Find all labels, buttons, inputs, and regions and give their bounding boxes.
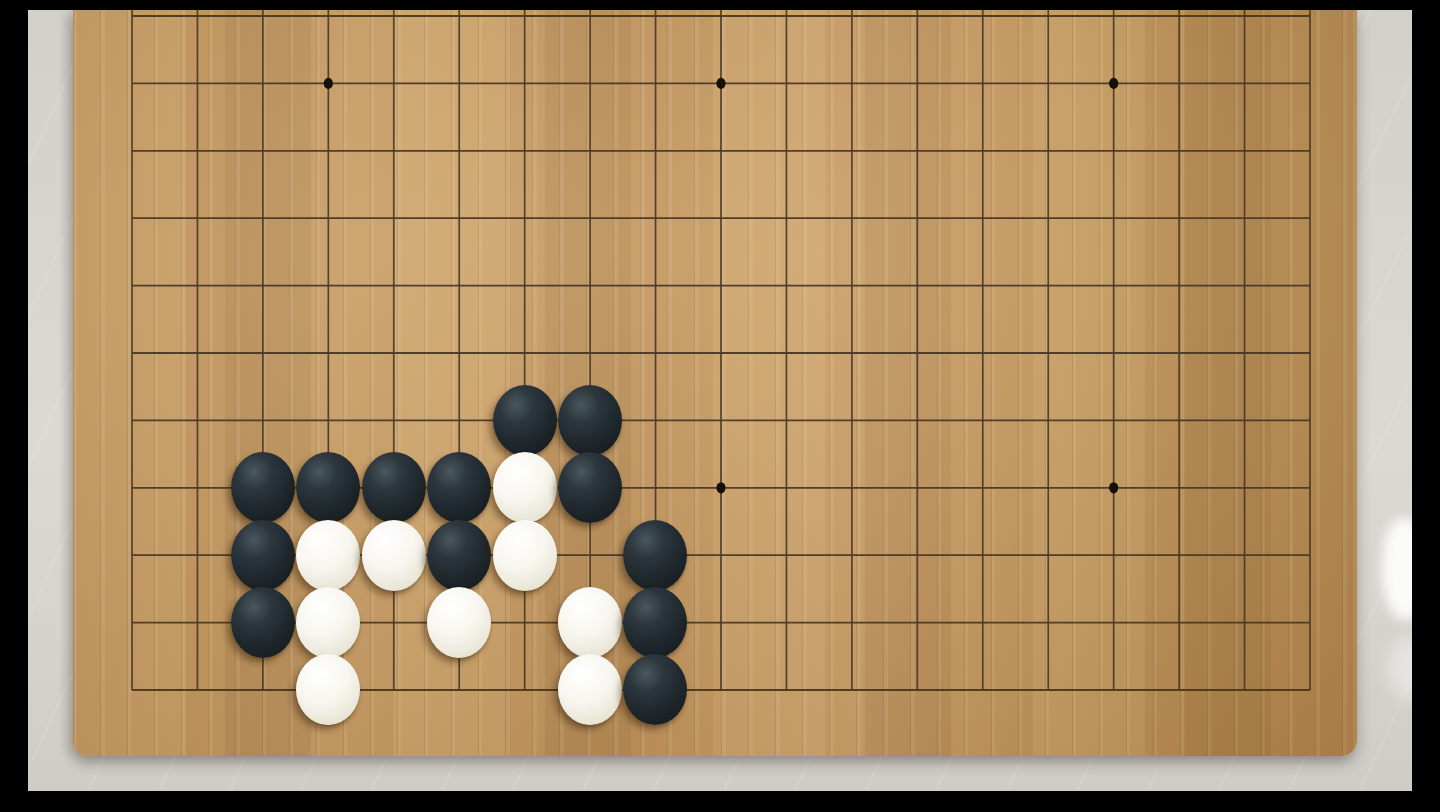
stone-white-H1 <box>558 654 622 725</box>
stone-black-J2 <box>623 587 687 658</box>
letterbox-bottom <box>0 792 1440 812</box>
stone-white-H2 <box>558 587 622 658</box>
stone-white-F2 <box>427 587 491 658</box>
stone-black-J3 <box>623 520 687 591</box>
stone-black-H5 <box>558 385 622 456</box>
letterbox-top <box>0 0 1440 10</box>
stone-white-D2 <box>296 587 360 658</box>
video-frame <box>0 0 1440 812</box>
stone-white-D1 <box>296 654 360 725</box>
stone-black-F3 <box>427 520 491 591</box>
stone-black-C2 <box>231 587 295 658</box>
stone-white-D3 <box>296 520 360 591</box>
stone-black-G5 <box>493 385 557 456</box>
letterbox-left <box>0 0 28 812</box>
stone-black-C3 <box>231 520 295 591</box>
stone-black-C4 <box>231 452 295 523</box>
stone-black-E4 <box>362 452 426 523</box>
stone-black-J1 <box>623 654 687 725</box>
stone-black-H4 <box>558 452 622 523</box>
stone-white-E3 <box>362 520 426 591</box>
stones-layer <box>99 0 1342 724</box>
stone-black-F4 <box>427 452 491 523</box>
letterbox-right <box>1412 0 1440 812</box>
stone-white-G4 <box>493 452 557 523</box>
stone-white-G3 <box>493 520 557 591</box>
stone-black-D4 <box>296 452 360 523</box>
